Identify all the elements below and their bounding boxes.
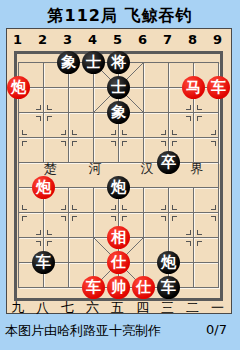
piece-black-general[interactable]: 将 [107,51,130,74]
column-label-bottom: 六 [82,299,103,317]
piece-black-advisor[interactable]: 士 [107,76,130,99]
grid-cell [119,138,144,163]
move-counter: 0/7 [206,322,227,337]
grid-cell [169,213,194,238]
piece-black-elephant[interactable]: 象 [107,101,130,124]
column-label: 3 [57,32,78,47]
column-label-bottom: 八 [32,299,53,317]
column-label-bottom: 五 [107,299,128,317]
column-label-bottom: 一 [207,299,228,317]
column-label: 1 [7,32,28,47]
grid-cell [69,238,94,263]
piece-red-cannon[interactable]: 炮 [32,176,55,199]
grid-cell [69,213,94,238]
column-label: 9 [207,32,228,47]
column-label-bottom: 四 [132,299,153,317]
piece-red-general[interactable]: 帅 [107,276,130,299]
grid-cell [144,213,169,238]
piece-black-chariot[interactable]: 车 [32,251,55,274]
column-label: 4 [82,32,103,47]
piece-red-elephant[interactable]: 相 [107,226,130,249]
grid-cell [69,88,94,113]
column-label: 2 [32,32,53,47]
grid-cell [194,213,219,238]
board-panel: 123456789 楚河汉界 象士将炮士马车象卒炮炮相车仕炮车帅仕车 九八七六五… [6,28,232,314]
credit-caption: 本图片由哈利路亚十亮制作 [5,322,161,340]
piece-red-chariot[interactable]: 车 [82,276,105,299]
grid-cell [144,88,169,113]
column-label-bottom: 二 [182,299,203,317]
grid-cell [194,113,219,138]
grid-cell [144,63,169,88]
grid-cell [69,188,94,213]
piece-red-advisor[interactable]: 仕 [132,276,155,299]
column-label: 6 [132,32,153,47]
piece-red-chariot[interactable]: 车 [207,76,230,99]
grid-cell [94,138,119,163]
puzzle-title: 第112局 飞鲸吞钓 [0,6,240,27]
grid-cell [44,213,69,238]
grid-cell [194,188,219,213]
column-label-bottom: 三 [157,299,178,317]
grid-cell [194,138,219,163]
grid-cell [169,188,194,213]
piece-black-elephant[interactable]: 象 [57,51,80,74]
piece-red-advisor[interactable]: 仕 [107,251,130,274]
grid-cell [19,213,44,238]
grid-cell [194,238,219,263]
column-label: 8 [182,32,203,47]
page: { "game": "xiangqi", "title": "第112局 飞鲸吞… [0,0,240,350]
grid-cell [194,163,219,188]
piece-black-advisor[interactable]: 士 [82,51,105,74]
piece-black-cannon[interactable]: 炮 [107,176,130,199]
grid-cell [144,188,169,213]
piece-black-chariot[interactable]: 车 [157,276,180,299]
grid-cell [44,88,69,113]
piece-red-horse[interactable]: 马 [182,76,205,99]
grid-cell [19,138,44,163]
column-label-bottom: 九 [7,299,28,317]
piece-black-soldier[interactable]: 卒 [157,151,180,174]
grid-cell [69,113,94,138]
grid-cell [169,113,194,138]
column-label: 7 [157,32,178,47]
grid-cell [44,138,69,163]
grid-cell [144,113,169,138]
grid-cell [19,113,44,138]
grid-cell [69,163,94,188]
grid-cell [44,113,69,138]
piece-red-cannon[interactable]: 炮 [7,76,30,99]
grid-cell [194,263,219,288]
piece-black-cannon[interactable]: 炮 [157,251,180,274]
grid-cell [69,138,94,163]
column-label: 5 [107,32,128,47]
column-label-bottom: 七 [57,299,78,317]
